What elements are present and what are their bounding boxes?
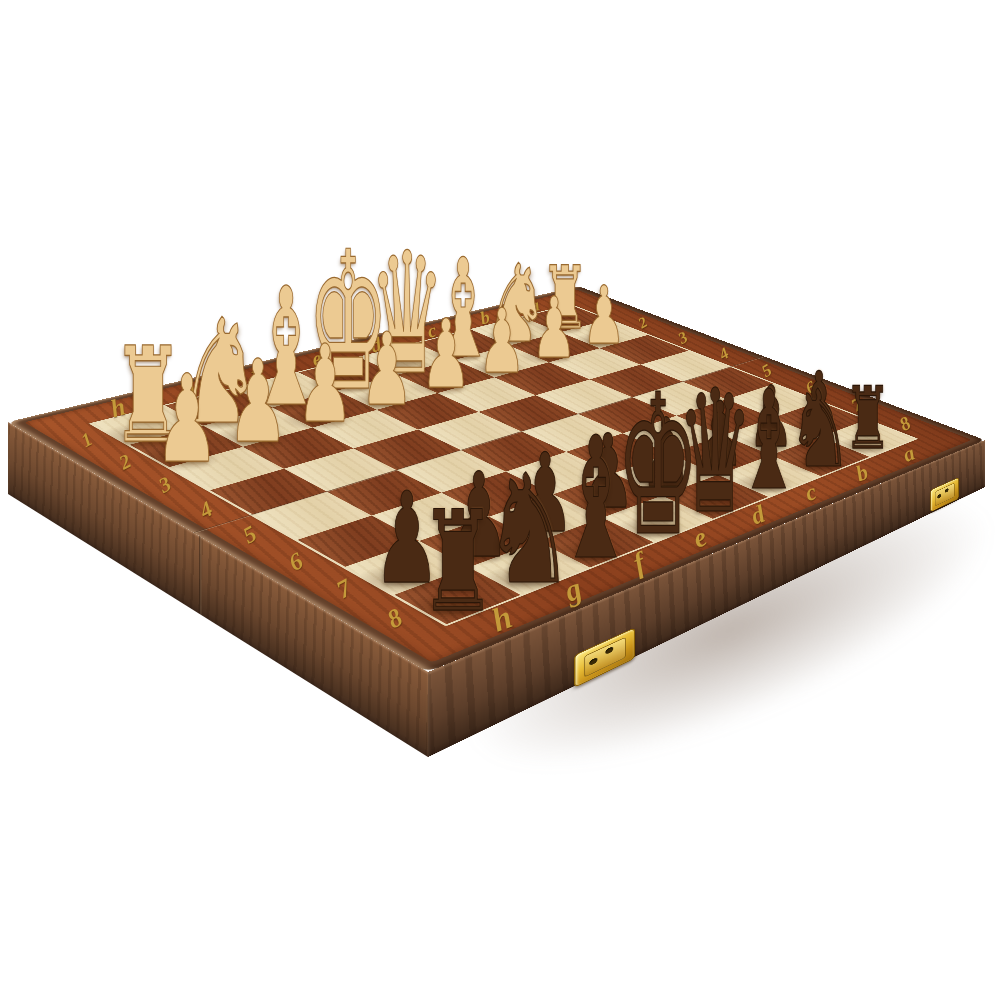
chess-set-photo: 12345678hgfedcbahgfedcba12345678 ♜♞♝♛♚♝♞…	[0, 0, 1000, 1000]
white-pawn-c2[interactable]: ♟	[478, 297, 526, 386]
black-knight-g8[interactable]: ♞	[483, 455, 575, 606]
white-pawn-f2[interactable]: ♟	[296, 332, 354, 439]
white-pawn-d2[interactable]: ♟	[421, 308, 472, 403]
white-pawn-g2[interactable]: ♟	[227, 344, 288, 458]
white-pawn-a2[interactable]: ♟	[582, 276, 625, 356]
white-pawn-h2[interactable]: ♟	[154, 359, 219, 480]
black-rook-h8[interactable]: ♜	[419, 493, 496, 632]
white-pawn-e2[interactable]: ♟	[360, 320, 414, 420]
white-pawn-b2[interactable]: ♟	[532, 287, 577, 371]
fold-seam-side	[199, 536, 202, 615]
